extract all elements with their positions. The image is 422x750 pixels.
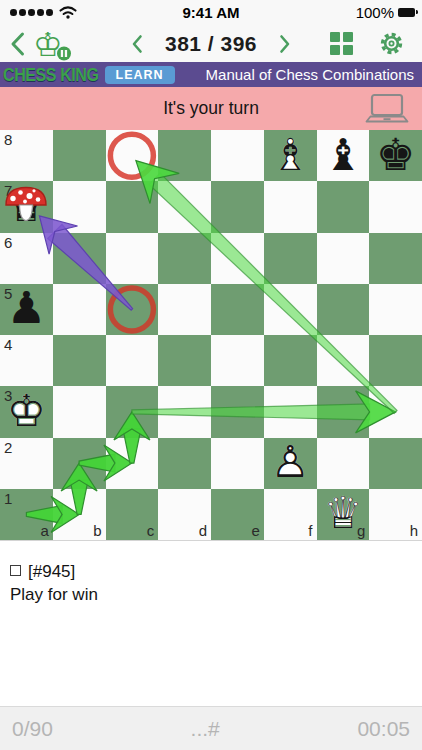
square-c8[interactable] — [106, 130, 159, 181]
square-b2[interactable] — [53, 438, 106, 489]
rank-label-8: 8 — [4, 131, 12, 148]
next-puzzle-button[interactable] — [279, 34, 291, 54]
square-h2[interactable] — [369, 438, 422, 489]
square-g2[interactable] — [317, 438, 370, 489]
square-b7[interactable] — [53, 181, 106, 232]
prev-puzzle-button[interactable] — [131, 34, 143, 54]
clock-time: 9:41 AM — [0, 4, 422, 21]
square-f3[interactable] — [264, 386, 317, 437]
square-c5[interactable] — [106, 284, 159, 335]
square-e3[interactable] — [211, 386, 264, 437]
rank-label-3: 3 — [4, 387, 12, 404]
square-d3[interactable] — [158, 386, 211, 437]
turn-banner: It's your turn — [0, 87, 422, 130]
square-d8[interactable] — [158, 130, 211, 181]
chess-king-wordmark: CHESS KING — [3, 64, 99, 84]
square-f5[interactable] — [264, 284, 317, 335]
computer-opponent-icon — [364, 93, 410, 129]
white-to-move-icon — [10, 565, 21, 576]
brand-bar: CHESS KING LEARN Manual of Chess Combina… — [0, 62, 422, 87]
square-g6[interactable] — [317, 233, 370, 284]
score-indicator: 0/90 — [12, 717, 53, 741]
square-e4[interactable] — [211, 335, 264, 386]
rank-label-6: 6 — [4, 234, 12, 251]
square-f6[interactable] — [264, 233, 317, 284]
bottom-toolbar: 0/90 ...# 00:05 — [0, 706, 422, 750]
turn-banner-text: It's your turn — [163, 98, 259, 119]
file-label-b: b — [93, 522, 101, 539]
square-d7[interactable] — [158, 181, 211, 232]
course-title: Manual of Chess Combinations — [206, 66, 414, 83]
rank-label-1: 1 — [4, 490, 12, 507]
file-label-g: g — [357, 522, 365, 539]
moves-indicator: ...# — [191, 717, 220, 741]
square-d6[interactable] — [158, 233, 211, 284]
square-f4[interactable] — [264, 335, 317, 386]
piece-wB-f8[interactable]: ♝♗ — [264, 130, 317, 181]
battery-icon — [398, 8, 415, 17]
square-f7[interactable] — [264, 181, 317, 232]
square-d2[interactable] — [158, 438, 211, 489]
file-label-f: f — [308, 522, 312, 539]
square-h6[interactable] — [369, 233, 422, 284]
square-g7[interactable] — [317, 181, 370, 232]
square-e8[interactable] — [211, 130, 264, 181]
square-g4[interactable] — [317, 335, 370, 386]
square-b6[interactable] — [53, 233, 106, 284]
square-e2[interactable] — [211, 438, 264, 489]
square-c7[interactable] — [106, 181, 159, 232]
square-e6[interactable] — [211, 233, 264, 284]
piece-bK-h8[interactable]: ♚ — [369, 130, 422, 181]
square-b8[interactable] — [53, 130, 106, 181]
puzzle-id: [#945] — [28, 562, 75, 581]
file-label-a: a — [40, 522, 48, 539]
timer: 00:05 — [357, 717, 410, 741]
square-d5[interactable] — [158, 284, 211, 335]
rank-label-2: 2 — [4, 439, 12, 456]
piece-bB-g8[interactable]: ♝ — [317, 130, 370, 181]
puzzle-counter: 381 / 396 — [165, 32, 257, 56]
square-c4[interactable] — [106, 335, 159, 386]
square-h3[interactable] — [369, 386, 422, 437]
status-bar: 9:41 AM 100% — [0, 0, 422, 25]
file-label-e: e — [251, 522, 259, 539]
puzzle-caption: [#945] Play for win — [0, 541, 422, 606]
chess-board: ♝♗♝♚♛♟♚♔♟♙♛♕ 12345678abcdefgh — [0, 130, 422, 540]
nav-bar: ♔ 381 / 396 — [0, 25, 422, 62]
piece-wP-f2[interactable]: ♟♙ — [264, 438, 317, 489]
square-e7[interactable] — [211, 181, 264, 232]
square-g5[interactable] — [317, 284, 370, 335]
square-c2[interactable] — [106, 438, 159, 489]
square-b4[interactable] — [53, 335, 106, 386]
learn-badge: LEARN — [105, 66, 175, 84]
file-label-d: d — [199, 522, 207, 539]
rank-label-5: 5 — [4, 285, 12, 302]
file-label-c: c — [147, 522, 155, 539]
rank-label-4: 4 — [4, 336, 12, 353]
square-g3[interactable] — [317, 386, 370, 437]
mushroom-blunder-marker — [3, 184, 49, 226]
square-h7[interactable] — [369, 181, 422, 232]
square-c3[interactable] — [106, 386, 159, 437]
square-c6[interactable] — [106, 233, 159, 284]
square-h5[interactable] — [369, 284, 422, 335]
square-b5[interactable] — [53, 284, 106, 335]
square-d4[interactable] — [158, 335, 211, 386]
puzzle-goal: Play for win — [10, 583, 412, 606]
square-b3[interactable] — [53, 386, 106, 437]
app-frame: 9:41 AM 100% ♔ 381 / 396 — [0, 0, 422, 750]
file-label-h: h — [410, 522, 418, 539]
square-h4[interactable] — [369, 335, 422, 386]
square-e5[interactable] — [211, 284, 264, 335]
